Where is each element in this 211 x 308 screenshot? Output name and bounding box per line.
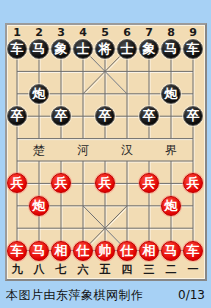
piece-red-elephant: 相 (139, 241, 159, 261)
file-label-bottom-2: 八 (31, 263, 47, 277)
file-label-top-8: 8 (163, 26, 179, 40)
file-label-bottom-5: 五 (97, 263, 113, 277)
river-label: 汉 (121, 142, 133, 159)
file-label-top-2: 2 (31, 26, 47, 40)
board-inner: 123456789 楚河汉界 车马象士将士象马车炮炮卒卒卒卒卒兵兵兵兵兵炮炮车马… (7, 25, 205, 279)
river-label: 河 (77, 142, 89, 159)
file-label-bottom-3: 七 (53, 263, 69, 277)
file-label-bottom-4: 六 (75, 263, 91, 277)
piece-black-advisor: 士 (73, 39, 93, 59)
piece-black-cannon: 炮 (161, 84, 181, 104)
piece-black-elephant: 象 (51, 39, 71, 59)
file-label-top-3: 3 (53, 26, 69, 40)
river: 楚河汉界 (17, 139, 193, 161)
file-label-bottom-1: 九 (9, 263, 25, 277)
piece-black-horse: 马 (29, 39, 49, 59)
piece-black-chariot: 车 (183, 39, 203, 59)
piece-black-advisor: 士 (117, 39, 137, 59)
piece-red-cannon: 炮 (161, 196, 181, 216)
file-label-top-4: 4 (75, 26, 91, 40)
credit-text: 本图片由东萍象棋网制作 (6, 287, 144, 304)
piece-red-advisor: 仕 (117, 241, 137, 261)
file-label-top-7: 7 (141, 26, 157, 40)
file-label-bottom-9: 一 (185, 263, 201, 277)
river-label: 界 (165, 142, 177, 159)
piece-red-elephant: 相 (51, 241, 71, 261)
piece-red-general: 帅 (95, 241, 115, 261)
piece-red-chariot: 车 (7, 241, 27, 261)
page: 123456789 楚河汉界 车马象士将士象马车炮炮卒卒卒卒卒兵兵兵兵兵炮炮车马… (0, 0, 211, 308)
file-label-top-6: 6 (119, 26, 135, 40)
piece-black-cannon: 炮 (29, 84, 49, 104)
river-label: 楚 (33, 142, 45, 159)
piece-black-horse: 马 (161, 39, 181, 59)
piece-red-cannon: 炮 (29, 196, 49, 216)
file-label-top-9: 9 (185, 26, 201, 40)
piece-black-general: 将 (95, 39, 115, 59)
piece-black-elephant: 象 (139, 39, 159, 59)
piece-red-advisor: 仕 (73, 241, 93, 261)
move-counter: 0/13 (178, 288, 205, 302)
piece-red-horse: 马 (161, 241, 181, 261)
piece-red-horse: 马 (29, 241, 49, 261)
file-label-bottom-7: 三 (141, 263, 157, 277)
xiangqi-board: 123456789 楚河汉界 车马象士将士象马车炮炮卒卒卒卒卒兵兵兵兵兵炮炮车马… (5, 23, 207, 281)
file-label-top-5: 5 (97, 26, 113, 40)
file-label-bottom-8: 二 (163, 263, 179, 277)
footer-bar: 本图片由东萍象棋网制作 0/13 (0, 282, 211, 308)
file-label-bottom-6: 四 (119, 263, 135, 277)
piece-black-chariot: 车 (7, 39, 27, 59)
piece-red-chariot: 车 (183, 241, 203, 261)
file-label-top-1: 1 (9, 26, 25, 40)
